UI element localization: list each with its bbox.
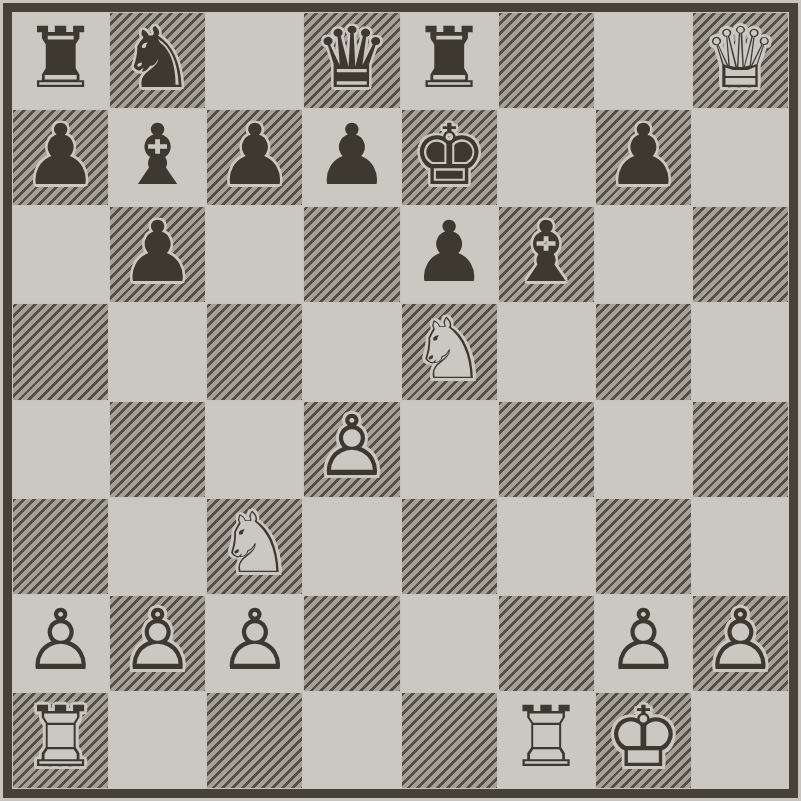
square-c7[interactable]: ♟ — [206, 109, 303, 206]
piece-white-king: ♚♔ — [595, 692, 692, 789]
piece-white-pawn: ♟♙ — [595, 595, 692, 692]
piece-white-knight: ♞♘ — [401, 303, 498, 400]
square-g6[interactable] — [595, 206, 692, 303]
square-c2[interactable]: ♟♙ — [206, 595, 303, 692]
piece-white-rook: ♜♖ — [498, 692, 595, 789]
square-a4[interactable] — [12, 401, 109, 498]
square-a8[interactable]: ♜ — [12, 12, 109, 109]
piece-black-pawn: ♟ — [595, 109, 692, 206]
square-d8[interactable]: ♛ — [303, 12, 400, 109]
square-c3[interactable]: ♞♘ — [206, 498, 303, 595]
piece-black-pawn: ♟ — [109, 206, 206, 303]
piece-white-queen: ♛♕ — [692, 12, 789, 109]
piece-black-bishop: ♝ — [109, 109, 206, 206]
piece-black-queen: ♛ — [303, 12, 400, 109]
piece-black-pawn: ♟ — [401, 206, 498, 303]
square-d4[interactable]: ♟♙ — [303, 401, 400, 498]
square-a6[interactable] — [12, 206, 109, 303]
square-b7[interactable]: ♝ — [109, 109, 206, 206]
piece-white-rook: ♜♖ — [12, 692, 109, 789]
square-f3[interactable] — [498, 498, 595, 595]
piece-black-knight: ♞ — [109, 12, 206, 109]
square-g1[interactable]: ♚♔ — [595, 692, 692, 789]
square-c8[interactable] — [206, 12, 303, 109]
square-c4[interactable] — [206, 401, 303, 498]
square-g5[interactable] — [595, 303, 692, 400]
square-b8[interactable]: ♞ — [109, 12, 206, 109]
square-d7[interactable]: ♟ — [303, 109, 400, 206]
square-g7[interactable]: ♟ — [595, 109, 692, 206]
piece-black-pawn: ♟ — [303, 109, 400, 206]
piece-black-rook: ♜ — [401, 12, 498, 109]
square-d3[interactable] — [303, 498, 400, 595]
square-a5[interactable] — [12, 303, 109, 400]
square-b1[interactable] — [109, 692, 206, 789]
square-d5[interactable] — [303, 303, 400, 400]
piece-black-king: ♚ — [401, 109, 498, 206]
square-b3[interactable] — [109, 498, 206, 595]
square-f2[interactable] — [498, 595, 595, 692]
piece-white-pawn: ♟♙ — [12, 595, 109, 692]
square-f6[interactable]: ♝ — [498, 206, 595, 303]
piece-white-pawn: ♟♙ — [206, 595, 303, 692]
square-h2[interactable]: ♟♙ — [692, 595, 789, 692]
piece-black-bishop: ♝ — [498, 206, 595, 303]
square-c6[interactable] — [206, 206, 303, 303]
piece-white-knight: ♞♘ — [206, 498, 303, 595]
square-f7[interactable] — [498, 109, 595, 206]
square-h1[interactable] — [692, 692, 789, 789]
piece-white-pawn: ♟♙ — [303, 401, 400, 498]
square-f4[interactable] — [498, 401, 595, 498]
printed-chess-diagram: ♜♞♛♜♛♕♟♝♟♟♚♟♟♟♝♞♘♟♙♞♘♟♙♟♙♟♙♟♙♟♙♜♖♜♖♚♔ — [0, 0, 801, 801]
piece-black-pawn: ♟ — [206, 109, 303, 206]
square-h6[interactable] — [692, 206, 789, 303]
square-d1[interactable] — [303, 692, 400, 789]
square-g2[interactable]: ♟♙ — [595, 595, 692, 692]
square-e7[interactable]: ♚ — [401, 109, 498, 206]
square-b6[interactable]: ♟ — [109, 206, 206, 303]
square-h3[interactable] — [692, 498, 789, 595]
square-e8[interactable]: ♜ — [401, 12, 498, 109]
square-e4[interactable] — [401, 401, 498, 498]
square-a3[interactable] — [12, 498, 109, 595]
square-a2[interactable]: ♟♙ — [12, 595, 109, 692]
chess-board: ♜♞♛♜♛♕♟♝♟♟♚♟♟♟♝♞♘♟♙♞♘♟♙♟♙♟♙♟♙♟♙♜♖♜♖♚♔ — [3, 3, 798, 798]
square-b2[interactable]: ♟♙ — [109, 595, 206, 692]
piece-white-pawn: ♟♙ — [109, 595, 206, 692]
square-c5[interactable] — [206, 303, 303, 400]
square-f8[interactable] — [498, 12, 595, 109]
square-g8[interactable] — [595, 12, 692, 109]
square-h4[interactable] — [692, 401, 789, 498]
square-g4[interactable] — [595, 401, 692, 498]
square-e5[interactable]: ♞♘ — [401, 303, 498, 400]
square-f5[interactable] — [498, 303, 595, 400]
square-b5[interactable] — [109, 303, 206, 400]
square-e3[interactable] — [401, 498, 498, 595]
square-a1[interactable]: ♜♖ — [12, 692, 109, 789]
square-e2[interactable] — [401, 595, 498, 692]
square-d2[interactable] — [303, 595, 400, 692]
square-e1[interactable] — [401, 692, 498, 789]
piece-white-pawn: ♟♙ — [692, 595, 789, 692]
square-a7[interactable]: ♟ — [12, 109, 109, 206]
square-e6[interactable]: ♟ — [401, 206, 498, 303]
piece-black-rook: ♜ — [12, 12, 109, 109]
square-g3[interactable] — [595, 498, 692, 595]
square-h7[interactable] — [692, 109, 789, 206]
square-h8[interactable]: ♛♕ — [692, 12, 789, 109]
square-h5[interactable] — [692, 303, 789, 400]
square-d6[interactable] — [303, 206, 400, 303]
piece-black-pawn: ♟ — [12, 109, 109, 206]
square-f1[interactable]: ♜♖ — [498, 692, 595, 789]
square-b4[interactable] — [109, 401, 206, 498]
square-c1[interactable] — [206, 692, 303, 789]
